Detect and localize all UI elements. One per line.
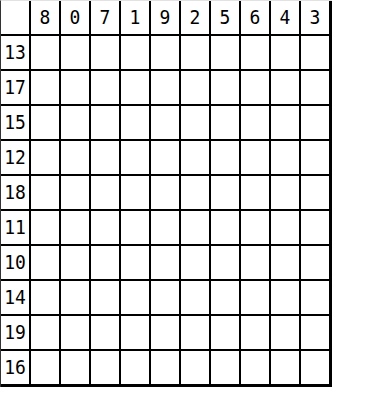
cell-digit: 9 [160, 8, 171, 27]
cell-digit: 8 [40, 8, 51, 27]
answer-cell-r0-c9[interactable] [301, 36, 332, 71]
answer-cell-r4-c9[interactable] [301, 176, 332, 211]
cell-digit: 19 [4, 323, 26, 342]
answer-cell-r2-c2[interactable] [91, 106, 121, 141]
answer-cell-r5-c9[interactable] [301, 211, 332, 246]
cell-digit: 2 [190, 8, 201, 27]
cell-digit: 12 [4, 148, 26, 167]
answer-cell-r5-c5[interactable] [181, 211, 211, 246]
cell-digit: 18 [4, 183, 26, 202]
answer-cell-r7-c7[interactable] [241, 281, 271, 316]
answer-cell-r2-c7[interactable] [241, 106, 271, 141]
answer-cell-r0-c1[interactable] [61, 36, 91, 71]
answer-cell-r6-c8[interactable] [271, 246, 301, 281]
answer-cell-r7-c0[interactable] [31, 281, 61, 316]
answer-cell-r8-c7[interactable] [241, 316, 271, 351]
answer-cell-r2-c5[interactable] [181, 106, 211, 141]
answer-cell-r8-c8[interactable] [271, 316, 301, 351]
answer-cell-r9-c7[interactable] [241, 351, 271, 387]
cell-digit: 6 [250, 8, 261, 27]
answer-cell-r6-c6[interactable] [211, 246, 241, 281]
answer-cell-r7-c1[interactable] [61, 281, 91, 316]
answer-cell-r1-c7[interactable] [241, 71, 271, 106]
answer-cell-r6-c5[interactable] [181, 246, 211, 281]
answer-cell-r0-c7[interactable] [241, 36, 271, 71]
answer-cell-r2-c0[interactable] [31, 106, 61, 141]
cell-digit: 13 [4, 43, 26, 62]
answer-cell-r3-c5[interactable] [181, 141, 211, 176]
answer-cell-r3-c4[interactable] [151, 141, 181, 176]
cell-digit: 5 [220, 8, 231, 27]
cell-digit: 1 [130, 8, 141, 27]
answer-cell-r9-c0[interactable] [31, 351, 61, 387]
col-header-5: 2 [181, 1, 211, 36]
answer-cell-r2-c8[interactable] [271, 106, 301, 141]
cell-digit: 11 [4, 218, 26, 237]
answer-cell-r1-c5[interactable] [181, 71, 211, 106]
answer-cell-r1-c6[interactable] [211, 71, 241, 106]
row-header-0: 13 [1, 36, 31, 71]
answer-cell-r8-c3[interactable] [121, 316, 151, 351]
answer-cell-r1-c1[interactable] [61, 71, 91, 106]
row-header-2: 15 [1, 106, 31, 141]
answer-cell-r8-c6[interactable] [211, 316, 241, 351]
answer-cell-r7-c5[interactable] [181, 281, 211, 316]
answer-cell-r5-c4[interactable] [151, 211, 181, 246]
answer-cell-r9-c5[interactable] [181, 351, 211, 387]
col-header-1: 0 [61, 1, 91, 36]
answer-cell-r8-c5[interactable] [181, 316, 211, 351]
answer-cell-r8-c1[interactable] [61, 316, 91, 351]
answer-cell-r3-c8[interactable] [271, 141, 301, 176]
row-header-9: 16 [1, 351, 31, 387]
answer-cell-r5-c3[interactable] [121, 211, 151, 246]
answer-cell-r0-c6[interactable] [211, 36, 241, 71]
answer-cell-r8-c2[interactable] [91, 316, 121, 351]
row-header-1: 17 [1, 71, 31, 106]
row-header-3: 12 [1, 141, 31, 176]
cell-digit: 10 [4, 253, 26, 272]
answer-cell-r4-c7[interactable] [241, 176, 271, 211]
answer-cell-r6-c7[interactable] [241, 246, 271, 281]
corner-cell [1, 1, 31, 36]
answer-cell-r0-c0[interactable] [31, 36, 61, 71]
cell-digit: 7 [100, 8, 111, 27]
answer-cell-r4-c4[interactable] [151, 176, 181, 211]
answer-cell-r1-c3[interactable] [121, 71, 151, 106]
answer-cell-r6-c1[interactable] [61, 246, 91, 281]
answer-cell-r8-c9[interactable] [301, 316, 332, 351]
answer-cell-r3-c1[interactable] [61, 141, 91, 176]
answer-cell-r1-c9[interactable] [301, 71, 332, 106]
answer-cell-r5-c6[interactable] [211, 211, 241, 246]
answer-cell-r4-c8[interactable] [271, 176, 301, 211]
answer-cell-r4-c3[interactable] [121, 176, 151, 211]
cell-digit: 14 [4, 288, 26, 307]
answer-cell-r2-c6[interactable] [211, 106, 241, 141]
answer-cell-r9-c1[interactable] [61, 351, 91, 387]
answer-cell-r4-c5[interactable] [181, 176, 211, 211]
answer-cell-r7-c2[interactable] [91, 281, 121, 316]
answer-cell-r2-c1[interactable] [61, 106, 91, 141]
answer-cell-r1-c2[interactable] [91, 71, 121, 106]
cell-digit: 17 [4, 78, 26, 97]
worksheet-canvas: 807192564313171512181110141916 [0, 0, 386, 400]
answer-cell-r3-c0[interactable] [31, 141, 61, 176]
answer-cell-r9-c2[interactable] [91, 351, 121, 387]
col-header-2: 7 [91, 1, 121, 36]
answer-cell-r0-c3[interactable] [121, 36, 151, 71]
board: 807192564313171512181110141916 [0, 0, 332, 387]
row-header-5: 11 [1, 211, 31, 246]
answer-cell-r3-c2[interactable] [91, 141, 121, 176]
answer-cell-r4-c0[interactable] [31, 176, 61, 211]
row-header-6: 10 [1, 246, 31, 281]
answer-cell-r6-c4[interactable] [151, 246, 181, 281]
answer-cell-r9-c3[interactable] [121, 351, 151, 387]
cell-digit: 16 [4, 358, 26, 377]
answer-cell-r3-c7[interactable] [241, 141, 271, 176]
col-header-7: 6 [241, 1, 271, 36]
answer-cell-r1-c0[interactable] [31, 71, 61, 106]
answer-cell-r7-c8[interactable] [271, 281, 301, 316]
col-header-3: 1 [121, 1, 151, 36]
answer-cell-r3-c6[interactable] [211, 141, 241, 176]
answer-cell-r6-c0[interactable] [31, 246, 61, 281]
answer-cell-r2-c9[interactable] [301, 106, 332, 141]
col-header-6: 5 [211, 1, 241, 36]
cell-digit: 3 [310, 8, 321, 27]
answer-cell-r5-c8[interactable] [271, 211, 301, 246]
answer-cell-r5-c1[interactable] [61, 211, 91, 246]
answer-cell-r9-c8[interactable] [271, 351, 301, 387]
answer-cell-r4-c6[interactable] [211, 176, 241, 211]
answer-cell-r3-c3[interactable] [121, 141, 151, 176]
answer-cell-r3-c9[interactable] [301, 141, 332, 176]
answer-cell-r7-c3[interactable] [121, 281, 151, 316]
answer-cell-r0-c8[interactable] [271, 36, 301, 71]
answer-cell-r4-c2[interactable] [91, 176, 121, 211]
answer-cell-r1-c8[interactable] [271, 71, 301, 106]
answer-cell-r1-c4[interactable] [151, 71, 181, 106]
col-header-4: 9 [151, 1, 181, 36]
cell-digit: 15 [4, 113, 26, 132]
answer-cell-r6-c3[interactable] [121, 246, 151, 281]
answer-cell-r2-c4[interactable] [151, 106, 181, 141]
answer-cell-r5-c2[interactable] [91, 211, 121, 246]
answer-cell-r9-c9[interactable] [301, 351, 332, 387]
answer-cell-r0-c4[interactable] [151, 36, 181, 71]
answer-cell-r7-c4[interactable] [151, 281, 181, 316]
answer-cell-r7-c9[interactable] [301, 281, 332, 316]
answer-cell-r0-c2[interactable] [91, 36, 121, 71]
answer-cell-r5-c7[interactable] [241, 211, 271, 246]
col-header-8: 4 [271, 1, 301, 36]
row-header-4: 18 [1, 176, 31, 211]
answer-cell-r8-c4[interactable] [151, 316, 181, 351]
row-header-8: 19 [1, 316, 31, 351]
answer-cell-r9-c4[interactable] [151, 351, 181, 387]
row-header-7: 14 [1, 281, 31, 316]
col-header-9: 3 [301, 1, 332, 36]
answer-cell-r2-c3[interactable] [121, 106, 151, 141]
answer-cell-r9-c6[interactable] [211, 351, 241, 387]
answer-cell-r7-c6[interactable] [211, 281, 241, 316]
col-header-0: 8 [31, 1, 61, 36]
answer-cell-r6-c9[interactable] [301, 246, 332, 281]
cell-digit: 0 [70, 8, 81, 27]
answer-cell-r0-c5[interactable] [181, 36, 211, 71]
answer-cell-r5-c0[interactable] [31, 211, 61, 246]
answer-cell-r8-c0[interactable] [31, 316, 61, 351]
answer-cell-r6-c2[interactable] [91, 246, 121, 281]
cell-digit: 4 [280, 8, 291, 27]
answer-cell-r4-c1[interactable] [61, 176, 91, 211]
